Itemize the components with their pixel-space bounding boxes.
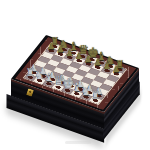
chess-set-photo: ♜♞♝♛♚♝♞♜♟♟♟♟♟♟♟♟♟♟♟♟♟♟♟♟♜♞♝♛♚♝♞♜ xyxy=(0,0,150,150)
watermark xyxy=(65,141,91,144)
